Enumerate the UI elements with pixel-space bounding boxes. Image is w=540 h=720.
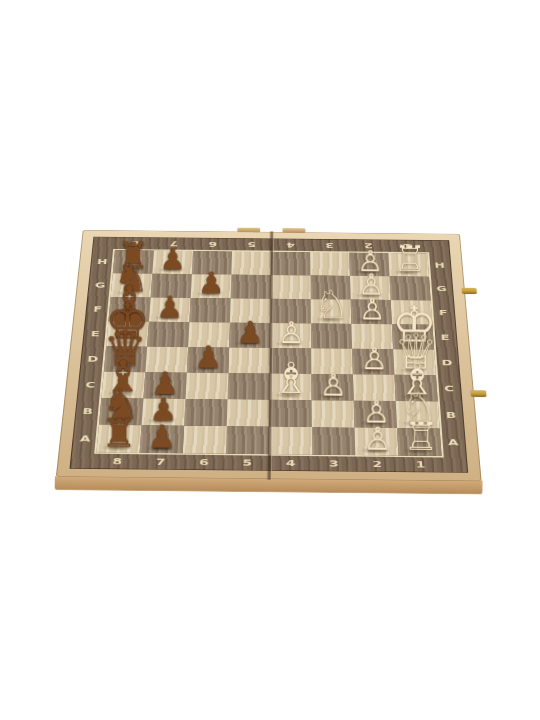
square-c5[interactable] — [228, 373, 270, 400]
piece-black-pawn-f7[interactable]: ♟ — [156, 292, 183, 322]
piece-black-rook-a8[interactable]: ♜ — [101, 414, 136, 453]
piece-white-pawn-c3[interactable]: ♙ — [319, 370, 347, 401]
rank-label-4: 4 — [271, 239, 310, 253]
square-f2[interactable]: ♙ — [351, 300, 392, 325]
square-a2[interactable]: ♙ — [354, 428, 398, 456]
piece-black-pawn-a7[interactable]: ♟ — [147, 421, 176, 453]
rank-label-2: 2 — [355, 455, 399, 472]
square-g4[interactable] — [271, 275, 311, 299]
square-h7[interactable]: ♟ — [152, 251, 193, 275]
square-e7[interactable] — [147, 322, 189, 347]
file-label-c: C — [436, 375, 462, 401]
square-g5[interactable] — [231, 275, 271, 299]
piece-white-pawn-f2[interactable]: ♙ — [358, 294, 385, 324]
square-h4[interactable] — [271, 252, 311, 276]
square-f7[interactable]: ♟ — [149, 297, 191, 322]
piece-white-pawn-e4[interactable]: ♙ — [277, 318, 304, 348]
piece-white-pawn-a2[interactable]: ♙ — [363, 424, 392, 456]
hinge-icon — [237, 228, 260, 233]
square-h3[interactable] — [310, 252, 350, 276]
hinge-icon — [283, 228, 306, 233]
square-c6[interactable] — [185, 373, 228, 400]
rank-label-3: 3 — [310, 239, 349, 253]
rank-label-8: 8 — [95, 452, 140, 469]
square-f6[interactable] — [189, 298, 230, 323]
square-b4[interactable] — [269, 400, 312, 427]
piece-black-pawn-h7[interactable]: ♟ — [159, 245, 185, 274]
brass-clasp-icon — [471, 390, 487, 397]
brass-clasp-icon — [462, 288, 477, 294]
square-f3[interactable]: ♘ — [311, 299, 352, 324]
rank-label-6: 6 — [182, 453, 226, 470]
rank-label-1: 1 — [398, 456, 442, 473]
square-e5[interactable]: ♟ — [229, 323, 270, 348]
square-b6[interactable] — [184, 399, 227, 426]
square-d5[interactable] — [228, 348, 270, 374]
piece-white-knight-f3[interactable]: ♘ — [313, 284, 349, 324]
file-label-d: D — [434, 350, 460, 376]
square-g6[interactable]: ♟ — [191, 274, 232, 298]
file-label-c: C — [77, 372, 104, 398]
file-label-b: B — [438, 402, 465, 429]
piece-white-rook-a1[interactable]: ♖ — [403, 417, 438, 456]
piece-white-bishop-c4[interactable]: ♗ — [271, 357, 310, 400]
square-a4[interactable] — [269, 427, 312, 455]
file-label-a: A — [71, 425, 99, 453]
rank-label-5: 5 — [232, 238, 271, 252]
square-h1[interactable]: ♖ — [388, 253, 429, 277]
square-b5[interactable] — [227, 399, 270, 426]
piece-white-rook-h1[interactable]: ♖ — [393, 241, 425, 277]
file-label-h: H — [427, 253, 452, 276]
square-b3[interactable] — [312, 400, 355, 427]
square-a6[interactable] — [183, 426, 227, 454]
piece-white-pawn-d2[interactable]: ♙ — [360, 344, 388, 375]
piece-black-pawn-e5[interactable]: ♟ — [236, 318, 263, 348]
rank-label-7: 7 — [138, 453, 182, 470]
square-h5[interactable] — [231, 251, 271, 275]
square-d2[interactable]: ♙ — [352, 349, 394, 375]
square-a8[interactable]: ♜ — [96, 425, 141, 453]
piece-black-pawn-g6[interactable]: ♟ — [198, 269, 225, 299]
square-e3[interactable] — [311, 323, 352, 348]
rank-label-6: 6 — [193, 238, 232, 252]
rank-label-4: 4 — [269, 454, 312, 471]
rank-label-3: 3 — [312, 455, 356, 472]
file-label-a: A — [440, 428, 467, 456]
square-a3[interactable] — [312, 427, 355, 455]
square-d6[interactable]: ♟ — [187, 347, 229, 373]
camera-tilt-wrapper: HGFEDCBA HGFEDCBA 87654321 87654321 ♜♟♙♖… — [0, 0, 540, 720]
square-c4[interactable]: ♗ — [270, 374, 312, 401]
file-label-b: B — [74, 398, 101, 425]
file-label-h: H — [90, 250, 115, 273]
rank-label-5: 5 — [225, 454, 269, 471]
square-a5[interactable] — [226, 426, 269, 454]
folding-chess-board: HGFEDCBA HGFEDCBA 87654321 87654321 ♜♟♙♖… — [56, 230, 482, 481]
square-a1[interactable]: ♖ — [397, 428, 442, 456]
product-photo-stage: HGFEDCBA HGFEDCBA 87654321 87654321 ♜♟♙♖… — [0, 0, 540, 720]
square-e4[interactable]: ♙ — [270, 323, 311, 348]
square-a7[interactable]: ♟ — [140, 425, 185, 453]
file-label-d: D — [80, 346, 107, 372]
piece-black-pawn-d6[interactable]: ♟ — [194, 342, 222, 373]
square-c3[interactable]: ♙ — [311, 374, 353, 401]
